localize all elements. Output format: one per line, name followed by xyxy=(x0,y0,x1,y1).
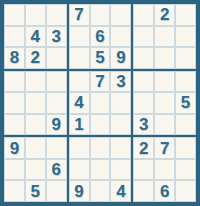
cell-r6c1[interactable] xyxy=(4,114,25,136)
cell-r9c4[interactable]: 9 xyxy=(69,180,90,202)
box-2-3: 53 xyxy=(132,70,197,137)
cell-r2c1[interactable] xyxy=(4,26,25,48)
cell-r4c7[interactable] xyxy=(133,71,154,93)
cell-r1c4[interactable]: 7 xyxy=(69,4,90,26)
cell-r9c5[interactable] xyxy=(90,180,111,202)
cell-r2c2[interactable]: 4 xyxy=(25,26,46,48)
cell-r2c5[interactable]: 6 xyxy=(90,26,111,48)
cell-r3c2[interactable]: 2 xyxy=(25,47,46,69)
box-3-3: 276 xyxy=(132,136,197,203)
cell-r9c1[interactable] xyxy=(4,180,25,202)
cell-r1c2[interactable] xyxy=(25,4,46,26)
cell-r6c7[interactable]: 3 xyxy=(133,114,154,136)
cell-r9c2[interactable]: 5 xyxy=(25,180,46,202)
cell-r1c3[interactable] xyxy=(46,4,67,26)
cell-r5c7[interactable] xyxy=(133,92,154,114)
cell-r2c3[interactable]: 3 xyxy=(46,26,67,48)
cell-r1c8[interactable]: 2 xyxy=(154,4,175,26)
box-1-1: 4382 xyxy=(3,3,68,70)
cell-r3c5[interactable]: 5 xyxy=(90,47,111,69)
cell-r7c3[interactable] xyxy=(46,137,67,159)
cell-r7c7[interactable]: 2 xyxy=(133,137,154,159)
cell-r9c6[interactable]: 4 xyxy=(110,180,131,202)
cell-r2c4[interactable] xyxy=(69,26,90,48)
cell-r7c2[interactable] xyxy=(25,137,46,159)
cell-r8c8[interactable] xyxy=(154,159,175,181)
cell-r4c8[interactable] xyxy=(154,71,175,93)
cell-r4c6[interactable]: 3 xyxy=(110,71,131,93)
box-3-1: 965 xyxy=(3,136,68,203)
box-2-1: 9 xyxy=(3,70,68,137)
cell-r5c5[interactable] xyxy=(90,92,111,114)
cell-r7c4[interactable] xyxy=(69,137,90,159)
cell-r1c5[interactable] xyxy=(90,4,111,26)
cell-r3c4[interactable] xyxy=(69,47,90,69)
cell-r7c9[interactable] xyxy=(175,137,196,159)
cell-r5c9[interactable]: 5 xyxy=(175,92,196,114)
box-3-2: 94 xyxy=(68,136,133,203)
cell-r9c3[interactable] xyxy=(46,180,67,202)
cell-r1c6[interactable] xyxy=(110,4,131,26)
cell-r8c6[interactable] xyxy=(110,159,131,181)
cell-r5c4[interactable]: 4 xyxy=(69,92,90,114)
cell-r3c1[interactable]: 8 xyxy=(4,47,25,69)
box-2-2: 7341 xyxy=(68,70,133,137)
cell-r1c1[interactable] xyxy=(4,4,25,26)
cell-r3c3[interactable] xyxy=(46,47,67,69)
cell-r4c1[interactable] xyxy=(4,71,25,93)
cell-r8c9[interactable] xyxy=(175,159,196,181)
cell-r1c7[interactable] xyxy=(133,4,154,26)
cell-r7c8[interactable]: 7 xyxy=(154,137,175,159)
cell-r6c5[interactable] xyxy=(90,114,111,136)
cell-r1c9[interactable] xyxy=(175,4,196,26)
box-1-3: 2 xyxy=(132,3,197,70)
cell-r8c3[interactable]: 6 xyxy=(46,159,67,181)
box-1-2: 7659 xyxy=(68,3,133,70)
cell-r7c1[interactable]: 9 xyxy=(4,137,25,159)
sudoku-board: 438276592973415396594276 xyxy=(0,0,200,206)
cell-r3c8[interactable] xyxy=(154,47,175,69)
cell-r9c9[interactable] xyxy=(175,180,196,202)
cell-r2c9[interactable] xyxy=(175,26,196,48)
cell-r5c2[interactable] xyxy=(25,92,46,114)
cell-r5c1[interactable] xyxy=(4,92,25,114)
cell-r9c7[interactable] xyxy=(133,180,154,202)
cell-r4c5[interactable]: 7 xyxy=(90,71,111,93)
cell-r5c3[interactable] xyxy=(46,92,67,114)
cell-r9c8[interactable]: 6 xyxy=(154,180,175,202)
cell-r6c4[interactable]: 1 xyxy=(69,114,90,136)
cell-r6c8[interactable] xyxy=(154,114,175,136)
cell-r7c5[interactable] xyxy=(90,137,111,159)
cell-r8c5[interactable] xyxy=(90,159,111,181)
cell-r3c7[interactable] xyxy=(133,47,154,69)
cell-r4c9[interactable] xyxy=(175,71,196,93)
cell-r6c9[interactable] xyxy=(175,114,196,136)
cell-r8c4[interactable] xyxy=(69,159,90,181)
cell-r2c7[interactable] xyxy=(133,26,154,48)
cell-r4c4[interactable] xyxy=(69,71,90,93)
cell-r2c6[interactable] xyxy=(110,26,131,48)
cell-r5c6[interactable] xyxy=(110,92,131,114)
cell-r7c6[interactable] xyxy=(110,137,131,159)
cell-r8c7[interactable] xyxy=(133,159,154,181)
cell-r4c2[interactable] xyxy=(25,71,46,93)
cell-r3c6[interactable]: 9 xyxy=(110,47,131,69)
cell-r6c2[interactable] xyxy=(25,114,46,136)
cell-r2c8[interactable] xyxy=(154,26,175,48)
cell-r4c3[interactable] xyxy=(46,71,67,93)
cell-r8c2[interactable] xyxy=(25,159,46,181)
cell-r6c6[interactable] xyxy=(110,114,131,136)
cell-r8c1[interactable] xyxy=(4,159,25,181)
cell-r5c8[interactable] xyxy=(154,92,175,114)
cell-r3c9[interactable] xyxy=(175,47,196,69)
cell-r6c3[interactable]: 9 xyxy=(46,114,67,136)
